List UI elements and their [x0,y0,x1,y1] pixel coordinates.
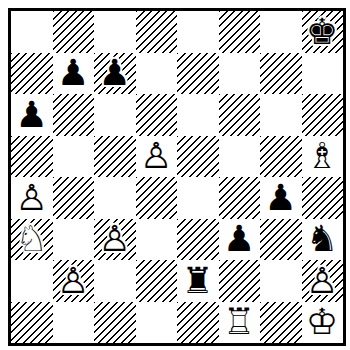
square-e7[interactable] [177,53,219,95]
square-b8[interactable] [53,11,95,53]
square-f6[interactable] [219,94,261,136]
white-knight[interactable]: ♞♘ [11,219,53,261]
white-rook[interactable]: ♜♖ [219,302,261,344]
square-b5[interactable] [53,136,95,178]
square-e8[interactable] [177,11,219,53]
square-g7[interactable] [260,53,302,95]
square-d3[interactable] [136,219,178,261]
square-e3[interactable] [177,219,219,261]
white-bishop[interactable]: ♝♗ [302,136,344,178]
square-e5[interactable] [177,136,219,178]
square-a4[interactable]: ♟♙ [11,177,53,219]
white-pawn[interactable]: ♟♙ [302,260,344,302]
black-pawn[interactable]: ♟ [53,53,95,95]
black-pawn[interactable]: ♟ [11,94,53,136]
square-d5[interactable]: ♟♙ [136,136,178,178]
square-g3[interactable] [260,219,302,261]
square-f8[interactable] [219,11,261,53]
square-b7[interactable]: ♟ [53,53,95,95]
square-f5[interactable] [219,136,261,178]
square-f3[interactable]: ♟ [219,219,261,261]
black-knight[interactable]: ♞ [302,219,344,261]
square-g5[interactable] [260,136,302,178]
white-pawn[interactable]: ♟♙ [53,260,95,302]
white-pawn[interactable]: ♟♙ [94,219,136,261]
square-h4[interactable] [302,177,344,219]
square-c8[interactable] [94,11,136,53]
square-d1[interactable] [136,302,178,344]
square-b6[interactable] [53,94,95,136]
square-b1[interactable] [53,302,95,344]
square-a5[interactable] [11,136,53,178]
square-c4[interactable] [94,177,136,219]
square-d2[interactable] [136,260,178,302]
square-f7[interactable] [219,53,261,95]
square-a8[interactable] [11,11,53,53]
square-g1[interactable] [260,302,302,344]
square-a3[interactable]: ♞♘ [11,219,53,261]
square-b3[interactable] [53,219,95,261]
square-d4[interactable] [136,177,178,219]
square-h6[interactable] [302,94,344,136]
square-c5[interactable] [94,136,136,178]
square-f1[interactable]: ♜♖ [219,302,261,344]
square-c2[interactable] [94,260,136,302]
square-a6[interactable]: ♟ [11,94,53,136]
chess-board: ♚♟♟♟♟♙♝♗♟♙♟♞♘♟♙♟♞♟♙♜♟♙♜♖♚♔ [11,11,343,343]
square-c7[interactable]: ♟ [94,53,136,95]
square-e1[interactable] [177,302,219,344]
square-g6[interactable] [260,94,302,136]
square-d7[interactable] [136,53,178,95]
square-e2[interactable]: ♜ [177,260,219,302]
square-c3[interactable]: ♟♙ [94,219,136,261]
white-pawn[interactable]: ♟♙ [136,136,178,178]
square-h5[interactable]: ♝♗ [302,136,344,178]
square-g4[interactable]: ♟ [260,177,302,219]
chess-diagram: ♚♟♟♟♟♙♝♗♟♙♟♞♘♟♙♟♞♟♙♜♟♙♜♖♚♔ [0,0,350,350]
square-e6[interactable] [177,94,219,136]
black-king[interactable]: ♚ [302,11,344,53]
square-d6[interactable] [136,94,178,136]
square-h1[interactable]: ♚♔ [302,302,344,344]
square-h3[interactable]: ♞ [302,219,344,261]
square-h2[interactable]: ♟♙ [302,260,344,302]
square-b2[interactable]: ♟♙ [53,260,95,302]
black-pawn[interactable]: ♟ [94,53,136,95]
square-g2[interactable] [260,260,302,302]
white-pawn[interactable]: ♟♙ [11,177,53,219]
square-a7[interactable] [11,53,53,95]
black-rook[interactable]: ♜ [177,260,219,302]
square-h7[interactable] [302,53,344,95]
white-king[interactable]: ♚♔ [302,302,344,344]
square-d8[interactable] [136,11,178,53]
black-pawn[interactable]: ♟ [219,219,261,261]
square-c6[interactable] [94,94,136,136]
square-c1[interactable] [94,302,136,344]
square-g8[interactable] [260,11,302,53]
black-pawn[interactable]: ♟ [260,177,302,219]
square-e4[interactable] [177,177,219,219]
square-h8[interactable]: ♚ [302,11,344,53]
square-a2[interactable] [11,260,53,302]
board-frame: ♚♟♟♟♟♙♝♗♟♙♟♞♘♟♙♟♞♟♙♜♟♙♜♖♚♔ [8,8,346,346]
square-a1[interactable] [11,302,53,344]
square-f2[interactable] [219,260,261,302]
square-b4[interactable] [53,177,95,219]
square-f4[interactable] [219,177,261,219]
